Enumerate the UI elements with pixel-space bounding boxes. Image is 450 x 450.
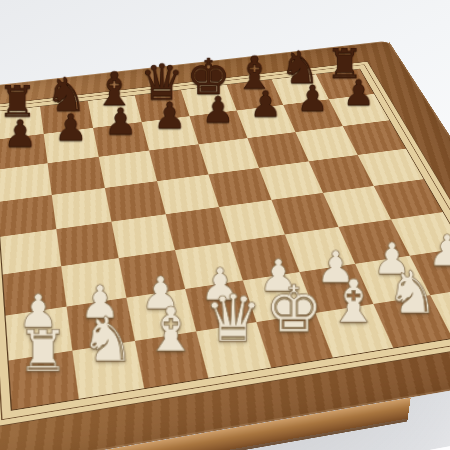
board-perspective-wrapper: ♜♞♝♛♚♝♞♜♟♟♟♟♟♟♟♟♟♟♟♟♟♟♟♟♜♞♝♛♚♝♞♜ <box>0 0 450 450</box>
piece-black-pawn-b7[interactable]: ♟ <box>46 86 96 145</box>
piece-black-pawn-f7[interactable]: ♟ <box>241 64 290 122</box>
chess-set-photo-scene: ♜♞♝♛♚♝♞♜♟♟♟♟♟♟♟♟♟♟♟♟♟♟♟♟♜♞♝♛♚♝♞♜ <box>0 0 450 450</box>
piece-black-pawn-d7[interactable]: ♟ <box>145 74 194 132</box>
piece-white-knight-g1[interactable]: ♞ <box>382 248 443 320</box>
piece-white-king-e1[interactable]: ♚ <box>263 266 325 340</box>
piece-white-bishop-c1[interactable]: ♝ <box>139 284 203 359</box>
piece-white-queen-d1[interactable]: ♛ <box>202 275 265 350</box>
piece-black-pawn-e7[interactable]: ♟ <box>194 69 243 127</box>
piece-black-pawn-h7[interactable]: ♟ <box>335 53 383 110</box>
piece-white-rook-a1[interactable]: ♜ <box>11 303 76 380</box>
piece-black-pawn-g7[interactable]: ♟ <box>288 58 336 115</box>
chess-board: ♜♞♝♛♚♝♞♜♟♟♟♟♟♟♟♟♟♟♟♟♟♟♟♟♜♞♝♛♚♝♞♜ <box>0 41 450 450</box>
piece-white-bishop-f1[interactable]: ♝ <box>323 257 385 330</box>
piece-black-pawn-a7[interactable]: ♟ <box>0 92 45 152</box>
piece-black-pawn-c7[interactable]: ♟ <box>96 80 146 139</box>
pieces-layer: ♜♞♝♛♚♝♞♜♟♟♟♟♟♟♟♟♟♟♟♟♟♟♟♟♜♞♝♛♚♝♞♜ <box>0 41 450 450</box>
piece-white-knight-b1[interactable]: ♞ <box>76 293 140 369</box>
